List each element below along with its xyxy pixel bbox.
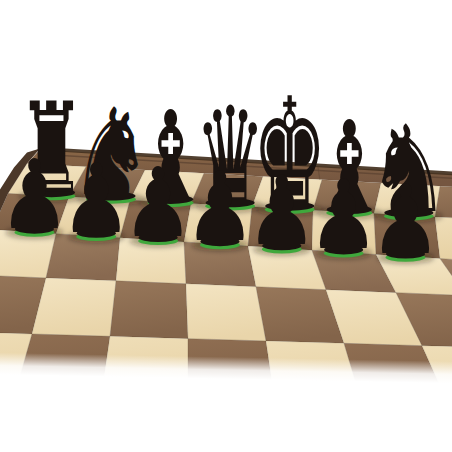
- piece-black-pawn-b7: ♟: [61, 143, 132, 255]
- pawn-glyph: ♟: [185, 151, 256, 263]
- square-d4: [188, 339, 276, 409]
- square-c5: [110, 281, 188, 339]
- piece-black-pawn-d7: ♟: [185, 151, 256, 263]
- pawn-glyph: ♟: [308, 160, 379, 272]
- pawn-glyph: ♟: [123, 147, 194, 259]
- chessboard: ♜♞♝♛♚♝♞♟♟♟♟♟♟♟: [0, 0, 452, 452]
- product-photo: ♜♞♝♛♚♝♞♟♟♟♟♟♟♟: [0, 0, 452, 452]
- pawn-glyph: ♟: [0, 139, 70, 251]
- square-d5: [186, 284, 266, 341]
- square-c4: [100, 336, 188, 407]
- pieces: ♜♞♝♛♚♝♞♟♟♟♟♟♟♟: [0, 65, 451, 275]
- piece-black-pawn-f7: ♟: [308, 160, 379, 272]
- pawn-glyph: ♟: [61, 143, 132, 255]
- piece-black-pawn-g7: ♟: [370, 164, 441, 276]
- piece-black-pawn-e7: ♟: [247, 156, 318, 268]
- piece-black-pawn-c7: ♟: [123, 147, 194, 259]
- square-b5: [32, 278, 116, 336]
- pawn-glyph: ♟: [370, 164, 441, 276]
- pawn-glyph: ♟: [247, 156, 318, 268]
- piece-black-pawn-a7: ♟: [0, 139, 70, 251]
